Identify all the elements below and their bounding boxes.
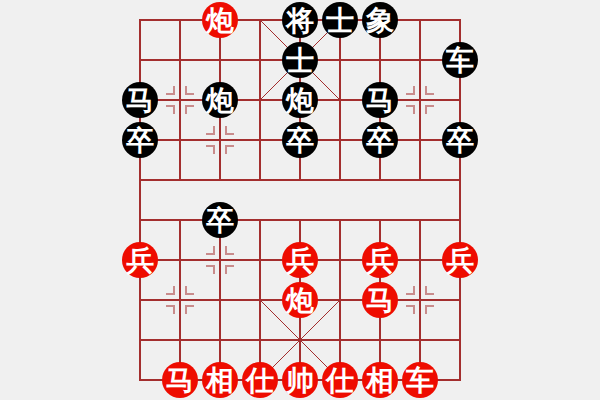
piece-black-advisor[interactable]: 士 [322,2,358,38]
piece-red-soldier[interactable]: 兵 [282,242,318,278]
piece-red-chariot[interactable]: 车 [402,362,438,398]
piece-red-cannon[interactable]: 炮 [202,2,238,38]
piece-black-general[interactable]: 将 [282,2,318,38]
piece-black-elephant[interactable]: 象 [362,2,398,38]
piece-black-cannon[interactable]: 炮 [282,82,318,118]
piece-red-soldier[interactable]: 兵 [442,242,478,278]
piece-black-cannon[interactable]: 炮 [202,82,238,118]
piece-black-advisor[interactable]: 士 [282,42,318,78]
piece-black-chariot[interactable]: 车 [442,42,478,78]
piece-black-horse[interactable]: 马 [362,82,398,118]
piece-red-elephant[interactable]: 相 [202,362,238,398]
xiangqi-board: 炮将士象士车马炮炮马卒卒卒卒卒兵兵兵兵炮马马相仕帅仕相车 [0,0,600,400]
piece-red-cannon[interactable]: 炮 [282,282,318,318]
piece-black-soldier[interactable]: 卒 [362,122,398,158]
piece-black-soldier[interactable]: 卒 [122,122,158,158]
piece-black-soldier[interactable]: 卒 [442,122,478,158]
piece-red-advisor[interactable]: 仕 [242,362,278,398]
piece-red-general[interactable]: 帅 [282,362,318,398]
piece-black-soldier[interactable]: 卒 [202,202,238,238]
piece-black-horse[interactable]: 马 [122,82,158,118]
piece-black-soldier[interactable]: 卒 [282,122,318,158]
piece-red-elephant[interactable]: 相 [362,362,398,398]
piece-red-advisor[interactable]: 仕 [322,362,358,398]
piece-red-horse[interactable]: 马 [362,282,398,318]
piece-red-soldier[interactable]: 兵 [122,242,158,278]
piece-red-horse[interactable]: 马 [162,362,198,398]
piece-red-soldier[interactable]: 兵 [362,242,398,278]
